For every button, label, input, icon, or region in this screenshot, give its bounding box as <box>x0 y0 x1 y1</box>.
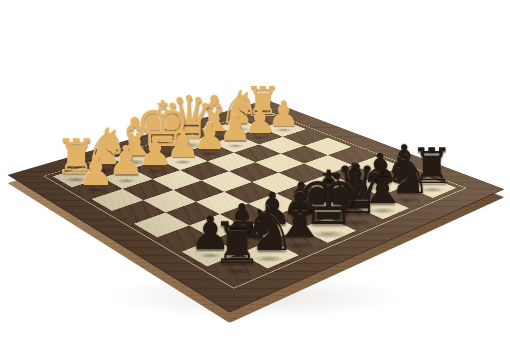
chess-board <box>8 100 505 313</box>
chess-set-photo: ♜♞♝♛♚♝♞♜♟♟♟♟♟♟♟♟♟♟♟♟♟♟♟♟♜♞♝♛♚♝♞♜ <box>0 0 510 355</box>
board-grid <box>53 113 457 283</box>
